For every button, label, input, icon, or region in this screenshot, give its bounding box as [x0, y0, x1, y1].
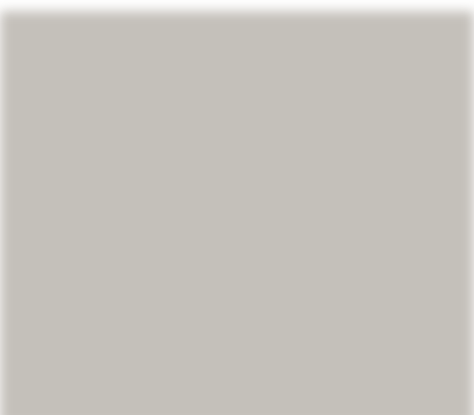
pieces-layer — [0, 0, 474, 415]
aggravation-board-photo — [0, 0, 474, 415]
